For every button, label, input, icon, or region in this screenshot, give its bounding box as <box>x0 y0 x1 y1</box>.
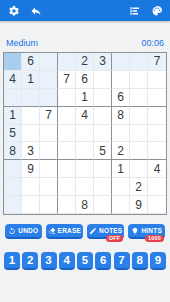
undo-button[interactable]: UNDO <box>5 224 42 239</box>
cell-r4c6[interactable] <box>94 107 112 125</box>
sudoku-board: 6237417616174858352914289 <box>3 52 167 215</box>
erase-button[interactable]: ERASE <box>46 224 83 239</box>
theme-palette-icon[interactable] <box>150 4 163 17</box>
cell-r4c7[interactable]: 8 <box>112 107 130 125</box>
cell-r7c9[interactable]: 4 <box>148 160 166 178</box>
cell-r3c3[interactable] <box>40 89 58 107</box>
cell-r5c8[interactable] <box>130 125 148 143</box>
timer-label: 00:06 <box>141 38 164 49</box>
cell-r3c8[interactable] <box>130 89 148 107</box>
cell-r7c6[interactable] <box>94 160 112 178</box>
cell-r5c6[interactable] <box>94 125 112 143</box>
cell-r6c2[interactable]: 3 <box>22 142 40 160</box>
num-button-6[interactable]: 6 <box>95 252 111 270</box>
status-row: Medium 00:06 <box>6 38 164 49</box>
top-app-bar <box>0 0 170 21</box>
cell-r3c6[interactable] <box>94 89 112 107</box>
cell-r4c3[interactable]: 7 <box>40 107 58 125</box>
cell-r1c9[interactable]: 7 <box>148 53 166 71</box>
cell-r3c4[interactable] <box>58 89 76 107</box>
cell-r7c4[interactable] <box>58 160 76 178</box>
cell-r4c9[interactable] <box>148 107 166 125</box>
cell-r1c5[interactable]: 2 <box>76 53 94 71</box>
settings-gear-icon[interactable] <box>7 4 20 17</box>
num-button-8[interactable]: 8 <box>132 252 148 270</box>
cell-r5c3[interactable] <box>40 125 58 143</box>
cell-r9c2[interactable] <box>22 196 40 214</box>
cell-r3c7[interactable]: 6 <box>112 89 130 107</box>
cell-r9c8[interactable]: 9 <box>130 196 148 214</box>
cell-r2c6[interactable] <box>94 71 112 89</box>
cell-r7c7[interactable]: 1 <box>112 160 130 178</box>
cell-r5c2[interactable] <box>22 125 40 143</box>
cell-r5c7[interactable] <box>112 125 130 143</box>
number-pad: 1 2 3 4 5 6 7 8 9 <box>4 252 166 270</box>
cell-r9c6[interactable] <box>94 196 112 214</box>
cell-r7c2[interactable]: 9 <box>22 160 40 178</box>
cell-r2c9[interactable] <box>148 71 166 89</box>
hints-count-badge: 1000 <box>145 235 164 242</box>
num-button-5[interactable]: 5 <box>77 252 93 270</box>
cell-r7c3[interactable] <box>40 160 58 178</box>
cell-r8c2[interactable] <box>22 178 40 196</box>
cell-r6c6[interactable]: 5 <box>94 142 112 160</box>
cell-r4c8[interactable] <box>130 107 148 125</box>
cell-r4c1[interactable]: 1 <box>4 107 22 125</box>
cell-r4c5[interactable]: 4 <box>76 107 94 125</box>
sort-menu-icon[interactable] <box>128 4 141 17</box>
cell-r9c4[interactable] <box>58 196 76 214</box>
toolbar: UNDO ERASE NOTES OFF HINTS 1000 <box>5 224 165 239</box>
cell-r7c5[interactable] <box>76 160 94 178</box>
cell-r3c9[interactable] <box>148 89 166 107</box>
erase-label: ERASE <box>58 227 81 234</box>
num-button-4[interactable]: 4 <box>59 252 75 270</box>
cell-r7c1[interactable] <box>4 160 22 178</box>
cell-r5c1[interactable]: 5 <box>4 125 22 143</box>
cell-r9c5[interactable]: 8 <box>76 196 94 214</box>
cell-r5c9[interactable] <box>148 125 166 143</box>
num-button-2[interactable]: 2 <box>22 252 38 270</box>
num-button-1[interactable]: 1 <box>4 252 20 270</box>
undo-label: UNDO <box>18 227 38 234</box>
cell-r3c1[interactable] <box>4 89 22 107</box>
cell-r9c3[interactable] <box>40 196 58 214</box>
hints-label: HINTS <box>141 227 162 234</box>
cell-r6c8[interactable] <box>130 142 148 160</box>
cell-r1c1[interactable] <box>4 53 22 71</box>
num-button-3[interactable]: 3 <box>41 252 57 270</box>
cell-r8c9[interactable] <box>148 178 166 196</box>
cell-r2c5[interactable]: 6 <box>76 71 94 89</box>
num-button-7[interactable]: 7 <box>114 252 130 270</box>
cell-r4c4[interactable] <box>58 107 76 125</box>
cell-r8c3[interactable] <box>40 178 58 196</box>
cell-r5c5[interactable] <box>76 125 94 143</box>
cell-r8c7[interactable] <box>112 178 130 196</box>
cell-r2c4[interactable]: 7 <box>58 71 76 89</box>
cell-r8c6[interactable] <box>94 178 112 196</box>
notes-button[interactable]: NOTES OFF <box>87 224 124 239</box>
num-button-9[interactable]: 9 <box>150 252 166 270</box>
pencil-icon <box>89 227 97 235</box>
cell-r6c7[interactable]: 2 <box>112 142 130 160</box>
cell-r7c8[interactable] <box>130 160 148 178</box>
cell-r3c5[interactable]: 1 <box>76 89 94 107</box>
hints-button[interactable]: HINTS 1000 <box>128 224 165 239</box>
cell-r1c4[interactable] <box>58 53 76 71</box>
cell-r6c5[interactable] <box>76 142 94 160</box>
cell-r2c3[interactable] <box>40 71 58 89</box>
cell-r9c1[interactable] <box>4 196 22 214</box>
cell-r8c1[interactable] <box>4 178 22 196</box>
difficulty-label: Medium <box>6 38 38 49</box>
cell-r2c7[interactable] <box>112 71 130 89</box>
cell-r1c2[interactable]: 6 <box>22 53 40 71</box>
back-undo-arrow-icon[interactable] <box>29 4 42 17</box>
cell-r1c8[interactable] <box>130 53 148 71</box>
cell-r6c3[interactable] <box>40 142 58 160</box>
cell-r5c4[interactable] <box>58 125 76 143</box>
cell-r9c9[interactable] <box>148 196 166 214</box>
cell-r2c8[interactable] <box>130 71 148 89</box>
lightbulb-icon <box>131 227 139 235</box>
cell-r2c1[interactable]: 4 <box>4 71 22 89</box>
cell-r8c5[interactable] <box>76 178 94 196</box>
cell-r8c8[interactable]: 2 <box>130 178 148 196</box>
notes-off-badge: OFF <box>106 235 124 242</box>
cell-r6c4[interactable] <box>58 142 76 160</box>
cell-r1c7[interactable] <box>112 53 130 71</box>
cell-r6c9[interactable] <box>148 142 166 160</box>
notes-label: NOTES <box>99 227 122 234</box>
undo-icon <box>8 227 16 235</box>
cell-r2c2[interactable]: 1 <box>22 71 40 89</box>
cell-r4c2[interactable] <box>22 107 40 125</box>
cell-r9c7[interactable] <box>112 196 130 214</box>
cell-r8c4[interactable] <box>58 178 76 196</box>
cell-r1c3[interactable] <box>40 53 58 71</box>
eraser-icon <box>48 227 56 235</box>
cell-r6c1[interactable]: 8 <box>4 142 22 160</box>
cell-r1c6[interactable]: 3 <box>94 53 112 71</box>
cell-r3c2[interactable] <box>22 89 40 107</box>
